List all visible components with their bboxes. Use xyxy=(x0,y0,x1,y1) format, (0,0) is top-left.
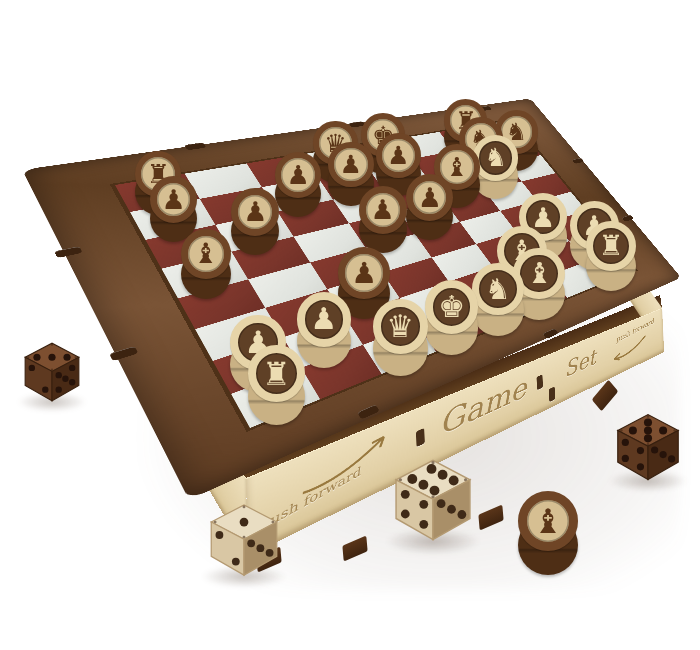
dark-piece-p: ♟ xyxy=(406,174,453,240)
piece-glyph-p: ♟ xyxy=(243,198,267,225)
piece-glyph-p: ♟ xyxy=(371,196,395,223)
frame-clamp-knob xyxy=(109,346,138,361)
piece-glyph-b: ♝ xyxy=(193,240,218,268)
piece-glyph-q: ♛ xyxy=(386,311,414,342)
panel-slot xyxy=(549,387,555,403)
frame-clamp-knob xyxy=(184,142,206,150)
light-piece-r: ♜ xyxy=(586,221,636,291)
piece-glyph-k: ♚ xyxy=(438,292,465,322)
piece-glyph-p: ♟ xyxy=(387,143,409,168)
dark-piece-p: ♟ xyxy=(231,188,279,255)
die-bottom-left xyxy=(205,501,283,579)
dark-piece-p: ♟ xyxy=(275,152,321,216)
piece-glyph-p: ♟ xyxy=(310,304,337,334)
light-piece-q: ♛ xyxy=(373,299,428,375)
frame-clamp-knob xyxy=(54,246,83,258)
die-left xyxy=(20,340,84,404)
piece-glyph-r: ♜ xyxy=(598,232,623,260)
dark-piece-b: ♝ xyxy=(181,229,232,300)
light-piece-r: ♜ xyxy=(248,345,305,425)
product-photo-scene: push forward push forward push forward G… xyxy=(0,0,700,650)
piece-glyph-r: ♜ xyxy=(262,358,291,390)
light-piece-k: ♚ xyxy=(425,280,478,355)
light-piece-n: ♞ xyxy=(473,135,518,198)
piece-glyph-b: ♝ xyxy=(526,259,552,288)
die-center xyxy=(389,456,477,544)
piece-glyph-p: ♟ xyxy=(351,259,377,288)
frame-clamp-knob xyxy=(572,158,584,164)
light-piece-n: ♞ xyxy=(472,263,524,336)
dark-piece-b: ♝ xyxy=(518,491,578,575)
dark-piece-p: ♟ xyxy=(359,186,407,253)
die-right xyxy=(612,411,684,483)
piece-glyph-p: ♟ xyxy=(340,152,362,177)
piece-glyph-p: ♟ xyxy=(162,186,186,213)
piece-glyph-p: ♟ xyxy=(418,184,442,211)
piece-glyph-b: ♝ xyxy=(533,504,563,538)
piece-glyph-n: ♞ xyxy=(485,145,507,170)
piece-glyph-n: ♞ xyxy=(485,275,511,304)
set-label: Set xyxy=(564,345,596,383)
panel-slot xyxy=(416,428,425,447)
piece-glyph-p: ♟ xyxy=(286,162,309,188)
panel-slot xyxy=(536,374,542,390)
